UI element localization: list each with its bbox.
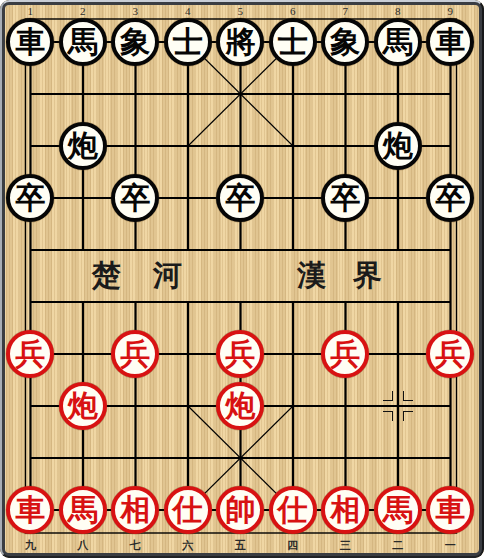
black-soldier-piece[interactable]: 卒 [321,174,369,222]
file-label-bottom: 七 [109,538,162,553]
red-advisor-piece[interactable]: 仕 [269,486,317,534]
red-chariot-piece[interactable]: 車 [6,486,54,534]
file-label-bottom: 六 [162,538,215,553]
black-soldier-piece[interactable]: 卒 [111,174,159,222]
red-soldier-piece[interactable]: 兵 [111,330,159,378]
black-soldier-piece[interactable]: 卒 [426,174,474,222]
red-horse-piece[interactable]: 馬 [59,486,107,534]
black-advisor-piece[interactable]: 士 [269,18,317,66]
black-general-piece[interactable]: 將 [216,18,264,66]
red-chariot-piece[interactable]: 車 [426,486,474,534]
file-label-bottom: 八 [57,538,110,553]
black-soldier-piece[interactable]: 卒 [216,174,264,222]
red-soldier-piece[interactable]: 兵 [6,330,54,378]
black-horse-piece[interactable]: 馬 [59,18,107,66]
black-chariot-piece[interactable]: 車 [426,18,474,66]
black-elephant-piece[interactable]: 象 [321,18,369,66]
red-soldier-piece[interactable]: 兵 [216,330,264,378]
red-advisor-piece[interactable]: 仕 [164,486,212,534]
bottom-file-labels: 九八七六五四三二一 [4,538,477,553]
red-cannon-piece[interactable]: 炮 [59,382,107,430]
red-horse-piece[interactable]: 馬 [374,486,422,534]
black-chariot-piece[interactable]: 車 [6,18,54,66]
red-elephant-piece[interactable]: 相 [111,486,159,534]
black-horse-piece[interactable]: 馬 [374,18,422,66]
black-soldier-piece[interactable]: 卒 [6,174,54,222]
file-label-bottom: 九 [4,538,57,553]
black-cannon-piece[interactable]: 炮 [59,122,107,170]
black-advisor-piece[interactable]: 士 [164,18,212,66]
red-cannon-piece[interactable]: 炮 [216,382,264,430]
red-soldier-piece[interactable]: 兵 [426,330,474,378]
file-label-bottom: 三 [319,538,372,553]
black-cannon-piece[interactable]: 炮 [374,122,422,170]
black-elephant-piece[interactable]: 象 [111,18,159,66]
file-label-bottom: 四 [267,538,320,553]
file-label-bottom: 五 [214,538,267,553]
xiangqi-board[interactable]: 123456789 九八七六五四三二一 楚 河 漢 界 車馬象士將士象馬車炮炮卒… [0,0,484,558]
file-label-bottom: 二 [372,538,425,553]
pieces-layer: 車馬象士將士象馬車炮炮卒卒卒卒卒兵兵兵兵兵炮炮車馬相仕帥仕相馬車 [4,16,477,536]
red-soldier-piece[interactable]: 兵 [321,330,369,378]
file-label-bottom: 一 [424,538,477,553]
red-general-piece[interactable]: 帥 [216,486,264,534]
red-elephant-piece[interactable]: 相 [321,486,369,534]
